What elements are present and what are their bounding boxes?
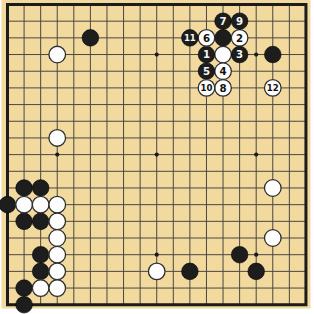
move-number-11: 11 bbox=[184, 33, 196, 43]
black-stone-R16 bbox=[264, 46, 281, 63]
black-stone-A7 bbox=[0, 196, 16, 213]
star-point bbox=[254, 153, 258, 157]
black-stone-F17 bbox=[82, 30, 99, 47]
move-number-9: 9 bbox=[236, 16, 243, 27]
star-point bbox=[155, 253, 159, 257]
white-stone-B7 bbox=[16, 196, 33, 213]
go-board: 123456789101112 bbox=[0, 0, 314, 314]
black-stone-C6 bbox=[32, 213, 49, 230]
move-number-8: 8 bbox=[219, 83, 226, 94]
black-stone-Q3 bbox=[248, 263, 265, 280]
white-stone-D16 bbox=[49, 46, 66, 63]
white-stone-D2 bbox=[49, 280, 66, 297]
move-number-4: 4 bbox=[219, 66, 226, 77]
white-stone-D4 bbox=[49, 246, 66, 263]
white-stone-D11 bbox=[49, 130, 66, 147]
black-stone-B6 bbox=[16, 213, 33, 230]
star-point bbox=[155, 52, 159, 56]
black-stone-P4 bbox=[231, 246, 248, 263]
star-point bbox=[254, 52, 258, 56]
white-stone-K3 bbox=[148, 263, 165, 280]
move-number-2: 2 bbox=[236, 33, 243, 44]
black-stone-B8 bbox=[16, 180, 33, 197]
black-stone-C8 bbox=[32, 180, 49, 197]
white-stone-R5 bbox=[264, 230, 281, 247]
black-stone-M3 bbox=[182, 263, 199, 280]
go-diagram: 123456789101112 bbox=[0, 0, 314, 314]
move-number-12: 12 bbox=[267, 83, 279, 93]
black-stone-B1 bbox=[16, 296, 33, 313]
white-stone-D3 bbox=[49, 263, 66, 280]
black-stone-C4 bbox=[32, 246, 49, 263]
move-number-10: 10 bbox=[200, 83, 212, 93]
white-stone-O16 bbox=[215, 46, 232, 63]
white-stone-D6 bbox=[49, 213, 66, 230]
black-stone-B2 bbox=[16, 280, 33, 297]
move-number-7: 7 bbox=[219, 16, 226, 27]
white-stone-C7 bbox=[32, 196, 49, 213]
black-stone-C3 bbox=[32, 263, 49, 280]
move-number-3: 3 bbox=[236, 49, 243, 60]
white-stone-R8 bbox=[264, 180, 281, 197]
move-number-1: 1 bbox=[203, 49, 210, 60]
black-stone-O17 bbox=[215, 30, 232, 47]
star-point bbox=[155, 153, 159, 157]
white-stone-D7 bbox=[49, 196, 66, 213]
move-number-6: 6 bbox=[203, 33, 210, 44]
move-number-5: 5 bbox=[203, 66, 210, 77]
star-point bbox=[55, 153, 59, 157]
white-stone-C2 bbox=[32, 280, 49, 297]
star-point bbox=[254, 253, 258, 257]
white-stone-D5 bbox=[49, 230, 66, 247]
